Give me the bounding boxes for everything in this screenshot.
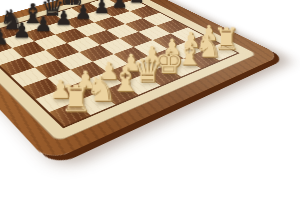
- photo-scene: ♜♞♝♛♚♝♞♜♟♟♟♟♟♟♟♟♟♟♟♟♟♟♟♟♜♞♝♛♚♝♞♜: [0, 0, 300, 200]
- chess-board: ♜♞♝♛♚♝♞♜♟♟♟♟♟♟♟♟♟♟♟♟♟♟♟♟♜♞♝♛♚♝♞♜: [0, 0, 282, 162]
- chess-product-photo: ♜♞♝♛♚♝♞♜♟♟♟♟♟♟♟♟♟♟♟♟♟♟♟♟♜♞♝♛♚♝♞♜: [0, 0, 300, 200]
